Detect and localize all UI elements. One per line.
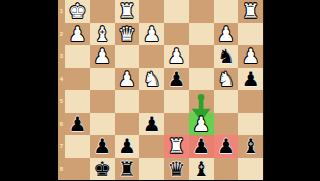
- rank-label-1: 1: [58, 0, 65, 23]
- square-h6[interactable]: ♟: [65, 113, 90, 136]
- square-f2[interactable]: ♛: [115, 23, 140, 46]
- piece-black-k-g8[interactable]: ♚: [93, 159, 111, 179]
- piece-black-r-f8[interactable]: ♜: [118, 159, 136, 179]
- piece-white-p-h2[interactable]: ♟: [68, 24, 86, 44]
- piece-black-p-h6[interactable]: ♟: [68, 114, 86, 134]
- piece-white-r-a1[interactable]: ♜: [242, 1, 260, 21]
- square-b1[interactable]: [214, 0, 239, 23]
- piece-white-n-b4[interactable]: ♞: [217, 69, 235, 89]
- square-b6[interactable]: [214, 113, 239, 136]
- square-h7[interactable]: [65, 135, 90, 158]
- chess-board[interactable]: ♚♜♜♟♝♛♟♟♟♟♞♟♟♞♟♞♟♟♟♟♟♟♜♟♟♝♚♜♛♝: [65, 0, 263, 180]
- piece-white-p-d3[interactable]: ♟: [167, 46, 185, 66]
- square-g3[interactable]: ♟: [90, 45, 115, 68]
- piece-black-p-d4[interactable]: ♟: [167, 69, 185, 89]
- square-d5[interactable]: [164, 90, 189, 113]
- square-d8[interactable]: ♛: [164, 158, 189, 181]
- square-d3[interactable]: ♟: [164, 45, 189, 68]
- square-b4[interactable]: ♞: [214, 68, 239, 91]
- piece-white-p-e2[interactable]: ♟: [143, 24, 161, 44]
- square-f4[interactable]: ♟: [115, 68, 140, 91]
- square-g6[interactable]: [90, 113, 115, 136]
- square-e5[interactable]: [139, 90, 164, 113]
- square-f8[interactable]: ♜: [115, 158, 140, 181]
- rank-label-7: 7: [58, 135, 65, 158]
- piece-white-n-e4[interactable]: ♞: [143, 69, 161, 89]
- square-h4[interactable]: [65, 68, 90, 91]
- piece-black-q-d8[interactable]: ♛: [167, 159, 185, 179]
- piece-white-r-f1[interactable]: ♜: [118, 1, 136, 21]
- square-h3[interactable]: [65, 45, 90, 68]
- square-g5[interactable]: [90, 90, 115, 113]
- square-a5[interactable]: [238, 90, 263, 113]
- square-h2[interactable]: ♟: [65, 23, 90, 46]
- square-h8[interactable]: [65, 158, 90, 181]
- square-e8[interactable]: [139, 158, 164, 181]
- square-g8[interactable]: ♚: [90, 158, 115, 181]
- square-e2[interactable]: ♟: [139, 23, 164, 46]
- square-f6[interactable]: [115, 113, 140, 136]
- square-e6[interactable]: ♟: [139, 113, 164, 136]
- square-b2[interactable]: ♟: [214, 23, 239, 46]
- rank-label-5: 5: [58, 90, 65, 113]
- square-g7[interactable]: ♟: [90, 135, 115, 158]
- piece-black-p-a4[interactable]: ♟: [242, 69, 260, 89]
- square-b3[interactable]: ♞: [214, 45, 239, 68]
- square-a4[interactable]: ♟: [238, 68, 263, 91]
- square-c7[interactable]: ♟: [189, 135, 214, 158]
- piece-black-p-c7[interactable]: ♟: [192, 136, 210, 156]
- square-a1[interactable]: ♜: [238, 0, 263, 23]
- square-c5[interactable]: [189, 90, 214, 113]
- square-f5[interactable]: [115, 90, 140, 113]
- square-c6[interactable]: ♟: [189, 113, 214, 136]
- square-a6[interactable]: [238, 113, 263, 136]
- square-d4[interactable]: ♟: [164, 68, 189, 91]
- piece-white-p-g3[interactable]: ♟: [93, 46, 111, 66]
- piece-black-p-b7[interactable]: ♟: [217, 136, 235, 156]
- square-d2[interactable]: [164, 23, 189, 46]
- square-h1[interactable]: ♚: [65, 0, 90, 23]
- piece-white-q-f2[interactable]: ♛: [118, 24, 136, 44]
- piece-white-b-g2[interactable]: ♝: [93, 24, 111, 44]
- square-b7[interactable]: ♟: [214, 135, 239, 158]
- square-c2[interactable]: [189, 23, 214, 46]
- square-h5[interactable]: [65, 90, 90, 113]
- piece-black-p-f7[interactable]: ♟: [118, 136, 136, 156]
- square-c3[interactable]: [189, 45, 214, 68]
- piece-white-p-f4[interactable]: ♟: [118, 69, 136, 89]
- rank-label-8: 8: [58, 158, 65, 181]
- square-c1[interactable]: [189, 0, 214, 23]
- square-e3[interactable]: [139, 45, 164, 68]
- square-a3[interactable]: ♟: [238, 45, 263, 68]
- square-c4[interactable]: [189, 68, 214, 91]
- square-d6[interactable]: [164, 113, 189, 136]
- piece-white-p-c6[interactable]: ♟: [192, 114, 210, 134]
- piece-white-k-h1[interactable]: ♚: [68, 1, 86, 21]
- square-e4[interactable]: ♞: [139, 68, 164, 91]
- square-g1[interactable]: [90, 0, 115, 23]
- square-b8[interactable]: [214, 158, 239, 181]
- square-b5[interactable]: [214, 90, 239, 113]
- square-f1[interactable]: ♜: [115, 0, 140, 23]
- square-g4[interactable]: [90, 68, 115, 91]
- rank-label-6: 6: [58, 113, 65, 136]
- square-a2[interactable]: [238, 23, 263, 46]
- rank-coordinates: 12345678: [58, 0, 65, 180]
- square-e7[interactable]: [139, 135, 164, 158]
- square-d7[interactable]: ♜: [164, 135, 189, 158]
- square-d1[interactable]: [164, 0, 189, 23]
- piece-white-p-b2[interactable]: ♟: [217, 24, 235, 44]
- piece-black-p-e6[interactable]: ♟: [143, 114, 161, 134]
- rank-label-3: 3: [58, 45, 65, 68]
- rank-label-2: 2: [58, 23, 65, 46]
- piece-black-p-g7[interactable]: ♟: [93, 136, 111, 156]
- piece-black-n-b3[interactable]: ♞: [217, 46, 235, 66]
- piece-black-b-a7[interactable]: ♝: [242, 136, 260, 156]
- square-a7[interactable]: ♝: [238, 135, 263, 158]
- video-frame: 12345678 ♚♜♜♟♝♛♟♟♟♟♞♟♟♞♟♞♟♟♟♟♟♟♜♟♟♝♚♜♛♝: [0, 0, 320, 180]
- square-f7[interactable]: ♟: [115, 135, 140, 158]
- square-c8[interactable]: ♝: [189, 158, 214, 181]
- square-e1[interactable]: [139, 0, 164, 23]
- piece-white-r-d7[interactable]: ♜: [167, 136, 185, 156]
- piece-black-b-c8[interactable]: ♝: [192, 159, 210, 179]
- square-f3[interactable]: [115, 45, 140, 68]
- square-g2[interactable]: ♝: [90, 23, 115, 46]
- piece-white-p-a3[interactable]: ♟: [242, 46, 260, 66]
- square-a8[interactable]: [238, 158, 263, 181]
- rank-label-4: 4: [58, 68, 65, 91]
